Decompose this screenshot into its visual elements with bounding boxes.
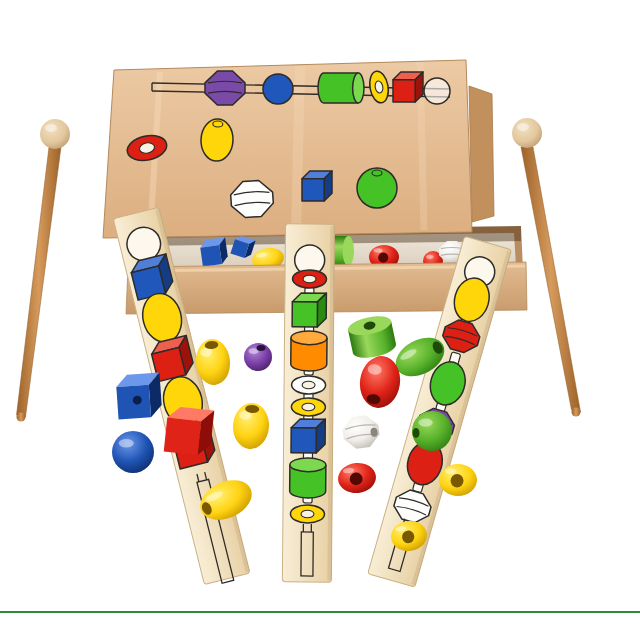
product-photo xyxy=(0,0,640,640)
green-cylinder-loose-bead xyxy=(346,313,397,361)
yellow-oval-loose-bead xyxy=(231,402,270,450)
blue-cube-print xyxy=(302,171,332,201)
yellow-ring-print xyxy=(290,505,324,523)
white-ring-print xyxy=(292,376,326,394)
toy-scene xyxy=(0,0,640,640)
green-sphere-loose-bead xyxy=(412,411,452,451)
blue-cube-print xyxy=(291,419,325,453)
blue-sphere-print xyxy=(263,74,293,104)
pattern-strip-middle xyxy=(282,224,334,582)
yellow-ring-print xyxy=(291,398,325,416)
red-cube-print xyxy=(393,72,423,102)
green-cylinder-print xyxy=(290,458,326,498)
yellow-donut-loose-bead xyxy=(439,464,477,496)
green-cube-print xyxy=(292,293,326,327)
green-sphere-print xyxy=(357,168,397,208)
purple-sphere-loose-bead xyxy=(244,343,272,371)
rod-ball-tip xyxy=(512,118,542,148)
blue-sphere-loose-bead xyxy=(112,431,154,473)
white-bicone-loose-bead xyxy=(341,414,381,451)
red-donut-loose-bead xyxy=(337,461,378,495)
blue-cube-loose-bead xyxy=(116,373,163,420)
stringing-rod-left xyxy=(17,119,71,422)
rod-ball-tip xyxy=(40,119,70,149)
empty-empty-print xyxy=(424,78,450,104)
red-ring-print xyxy=(292,270,326,288)
box-side-panel xyxy=(469,86,494,222)
green-cylinder-print xyxy=(318,73,364,103)
orange-cylinder-print xyxy=(291,331,327,371)
